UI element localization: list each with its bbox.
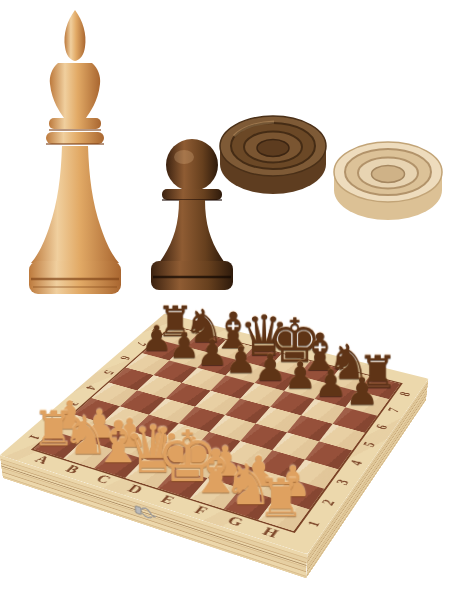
square-e7: ♟ <box>255 368 298 391</box>
square-h7: ♟ <box>345 391 388 415</box>
rank-label-left-8: 8 <box>138 323 173 337</box>
product-photo: { "game": "chess", "description": "Produ… <box>0 0 450 600</box>
square-g7: ♟ <box>315 383 358 407</box>
square-h8: ♜ <box>358 376 400 399</box>
square-c7: ♟ <box>197 354 240 376</box>
rank-label-right-7: 7 <box>375 401 414 419</box>
black-king: ♚ <box>268 311 300 371</box>
black-pawn: ♟ <box>314 365 347 402</box>
black-knight: ♞ <box>183 304 214 350</box>
black-bishop: ♝ <box>297 327 329 378</box>
black-pawn: ♟ <box>225 342 257 378</box>
square-b8: ♞ <box>184 333 226 354</box>
rank-label-left-6: 6 <box>106 350 143 366</box>
black-pawn: ♟ <box>345 373 379 411</box>
black-knight: ♞ <box>327 338 360 386</box>
square-d8: ♛ <box>240 347 282 368</box>
rank-label-right-5: 5 <box>350 435 391 455</box>
square-c8: ♝ <box>212 340 254 361</box>
page: ♜♞♝♛♚♝♞♜♟♟♟♟♟♟♟♟♟♟♟♟♟♟♟♟♜♞♝♛♚♝♞♜ ABCDEFG… <box>0 0 450 600</box>
square-f6 <box>270 391 314 415</box>
rank-label-left-7: 7 <box>123 336 159 351</box>
white-rook: ♜ <box>32 404 68 452</box>
square-a3 <box>73 398 120 423</box>
square-e6 <box>240 383 284 407</box>
rank-label-left-3: 3 <box>53 394 92 412</box>
black-rook: ♜ <box>358 350 391 395</box>
black-pawn: ♟ <box>141 321 172 356</box>
rank-label-left-5: 5 <box>89 364 126 380</box>
square-d7: ♟ <box>226 361 269 383</box>
square-d6 <box>211 375 255 398</box>
latch-icon <box>132 501 158 525</box>
square-a4 <box>91 383 137 407</box>
rank-label-right-6: 6 <box>363 418 403 437</box>
square-f8: ♝ <box>298 361 340 383</box>
square-b5 <box>137 375 182 398</box>
square-g8: ♞ <box>327 368 369 391</box>
black-rook: ♜ <box>157 301 188 343</box>
black-bishop: ♝ <box>211 306 242 356</box>
black-pawn: ♟ <box>284 357 317 394</box>
square-a6 <box>126 353 169 375</box>
black-queen: ♛ <box>239 308 271 364</box>
square-b4 <box>120 390 166 414</box>
square-a5 <box>109 368 154 391</box>
black-pawn: ♟ <box>254 350 287 387</box>
square-c5 <box>166 383 211 407</box>
square-e8: ♚ <box>268 354 310 376</box>
chess-board: ♜♞♝♛♚♝♞♜♟♟♟♟♟♟♟♟♟♟♟♟♟♟♟♟♜♞♝♛♚♝♞♜ ABCDEFG… <box>0 313 429 554</box>
square-c6 <box>182 368 226 391</box>
black-pawn: ♟ <box>196 335 228 371</box>
rank-label-left-4: 4 <box>71 379 109 396</box>
square-d5 <box>195 391 240 415</box>
square-b6 <box>154 360 198 382</box>
rank-label-right-8: 8 <box>387 386 425 403</box>
square-b7: ♟ <box>169 346 212 367</box>
square-a8: ♜ <box>158 326 199 346</box>
square-f7: ♟ <box>284 376 327 399</box>
board-scene: ♜♞♝♛♚♝♞♜♟♟♟♟♟♟♟♟♟♟♟♟♟♟♟♟♜♞♝♛♚♝♞♜ ABCDEFG… <box>0 0 450 600</box>
square-a7: ♟ <box>142 339 184 360</box>
black-pawn: ♟ <box>168 328 200 363</box>
rank-label-right-1: 1 <box>292 512 337 536</box>
